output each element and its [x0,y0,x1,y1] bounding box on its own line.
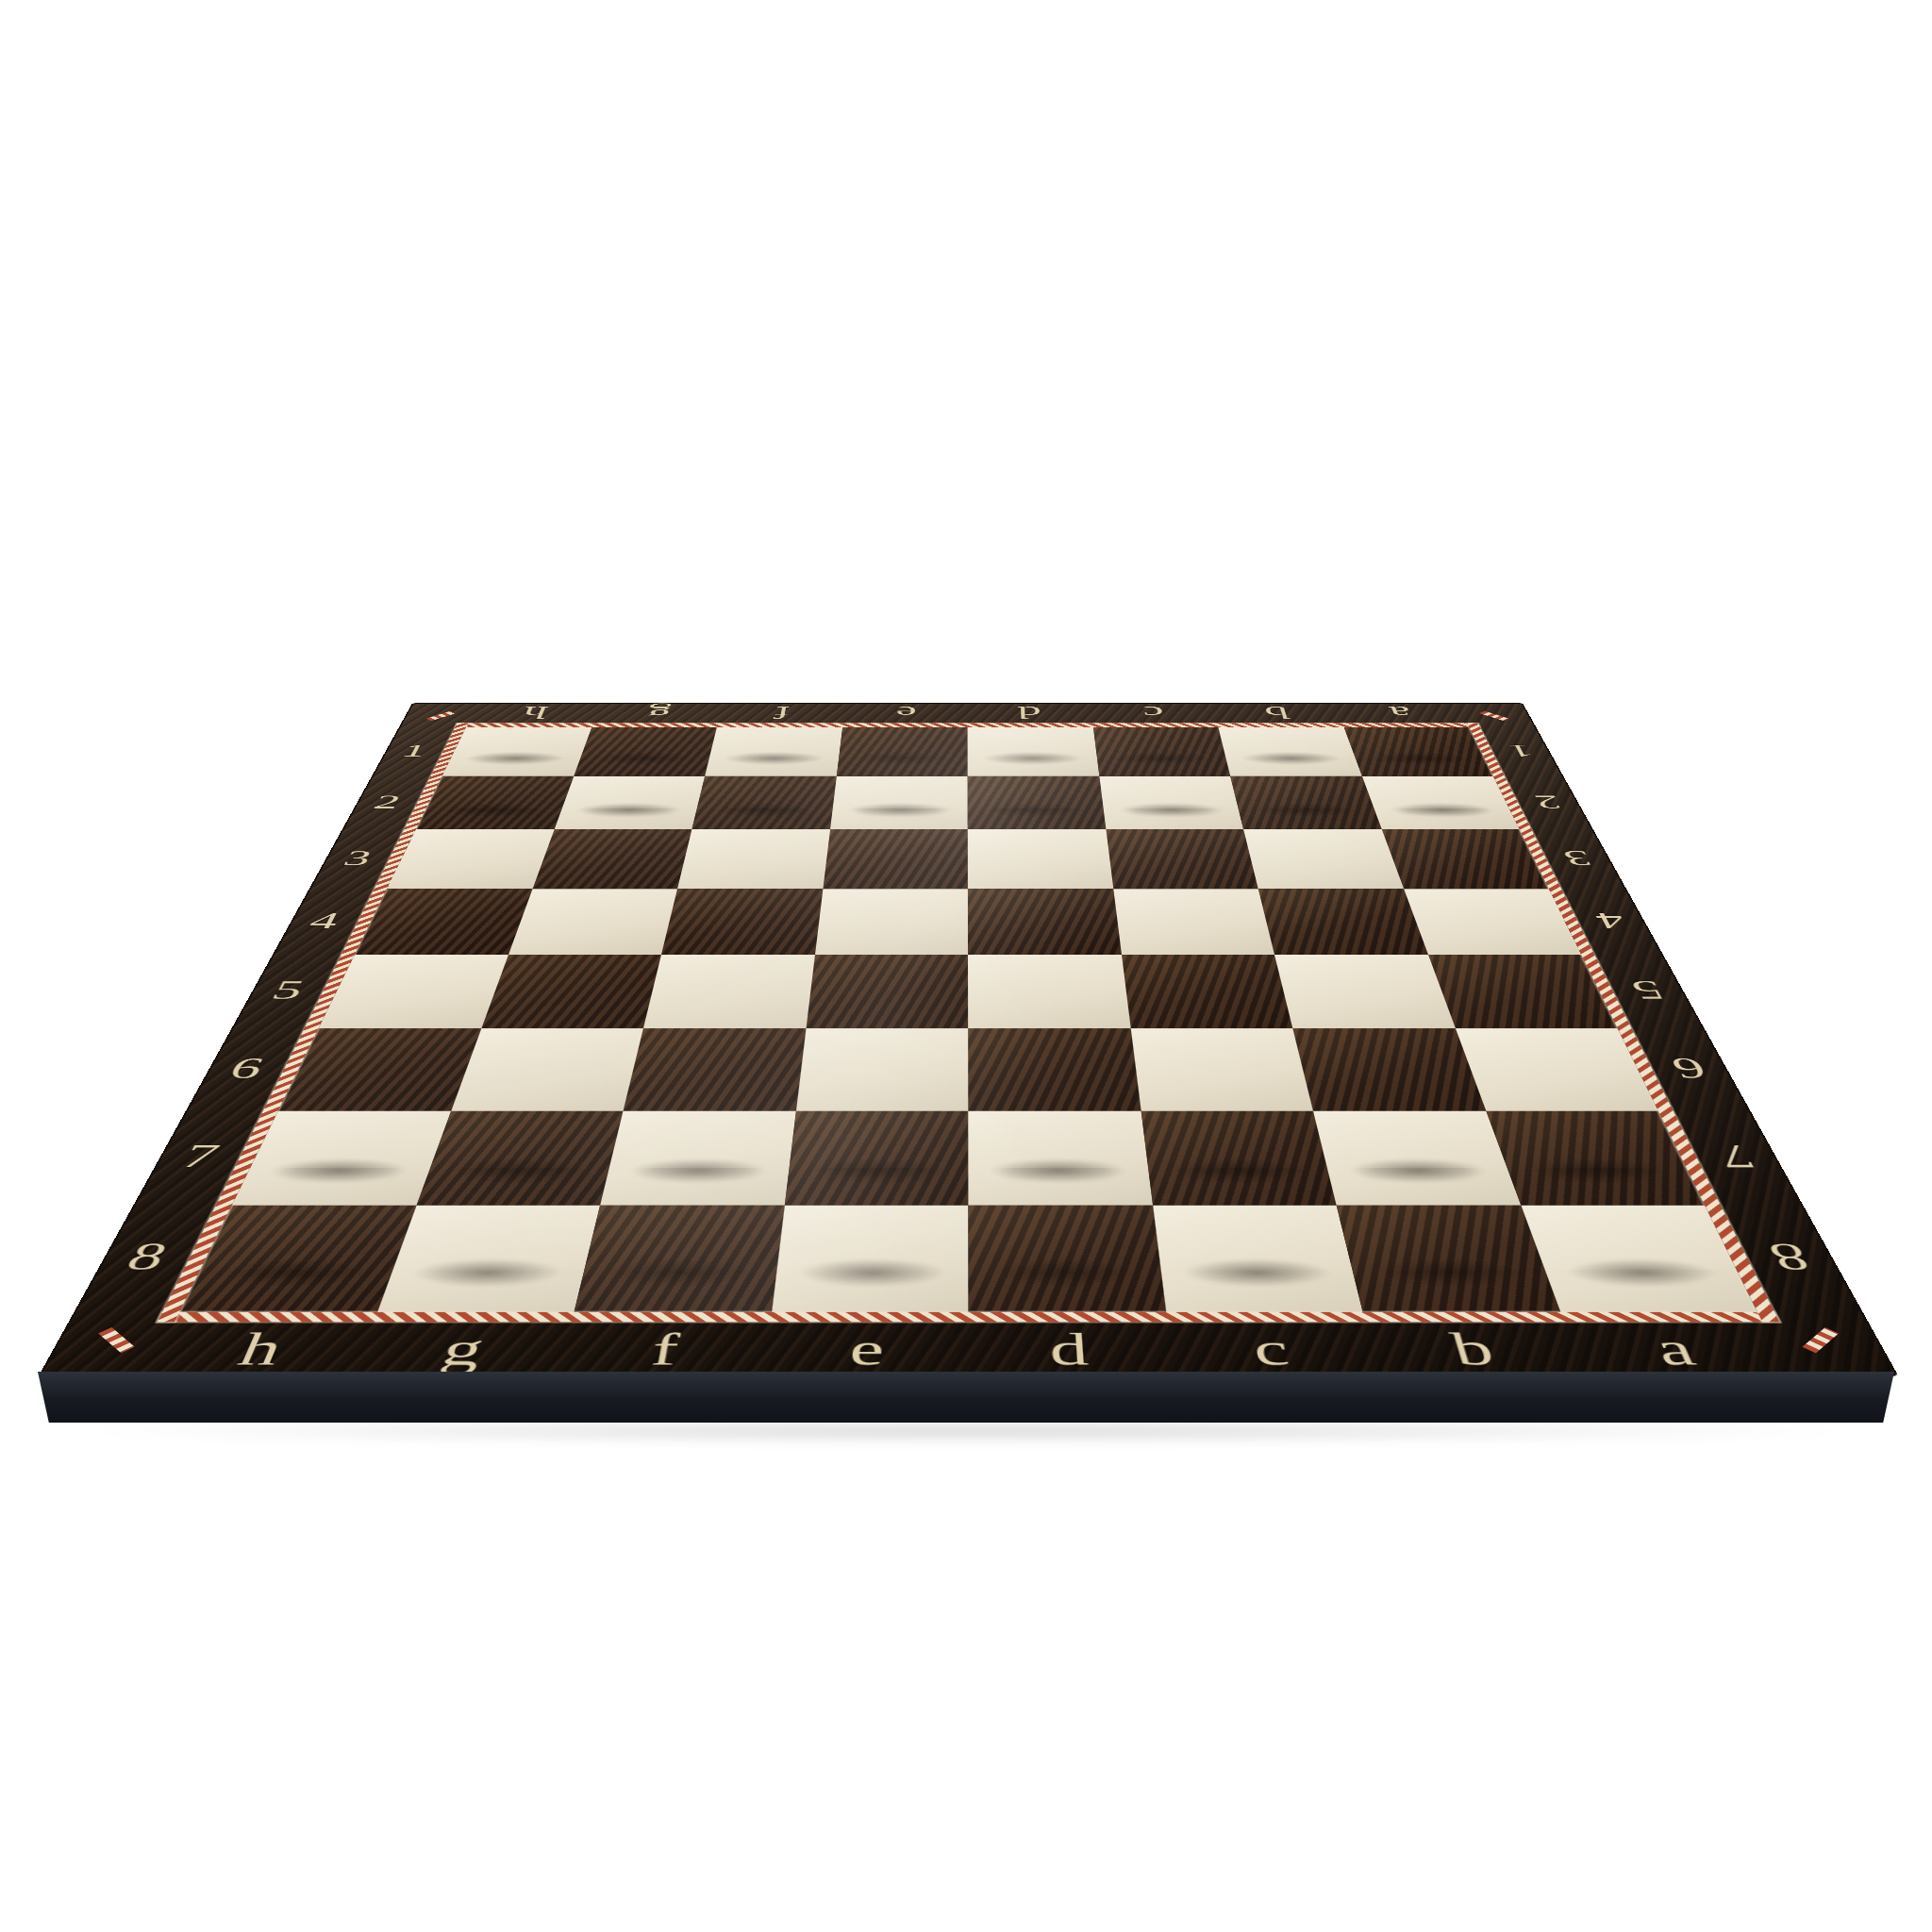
file-label-bottom-h: h [194,1324,327,1374]
file-label-bottom-g: g [399,1324,526,1374]
board-side-edge [38,1372,1894,1423]
file-label-bottom-d: d [1013,1324,1128,1374]
rope-corner-mark [1802,1327,1839,1353]
board-grid: ♜♜♞♞♝♝♚♚♛♛♝♝♞♞♜♜♟♟♟♟♟♟♟♟♟♟♟♟♟♟♟♟♟♟♟♟♟♟♟♟… [179,727,1757,1312]
rope-corner-mark [98,1327,135,1353]
file-label-bottom-e: e [809,1324,924,1374]
scene: ♜♜♞♞♝♝♚♚♛♛♝♝♞♞♜♜♟♟♟♟♟♟♟♟♟♟♟♟♟♟♟♟♟♟♟♟♟♟♟♟… [0,0,1932,1932]
chess-board: ♜♜♞♞♝♝♚♚♛♛♝♝♞♞♜♜♟♟♟♟♟♟♟♟♟♟♟♟♟♟♟♟♟♟♟♟♟♟♟♟… [39,703,1899,1376]
rope-border-bottom [158,1312,1779,1323]
square-a8[interactable]: ♜♜ [1521,1205,1757,1312]
file-label-bottom-b: b [1410,1324,1538,1374]
file-label-bottom-c: c [1211,1324,1332,1374]
file-label-bottom-a: a [1609,1324,1743,1374]
file-label-bottom-f: f [605,1324,725,1374]
